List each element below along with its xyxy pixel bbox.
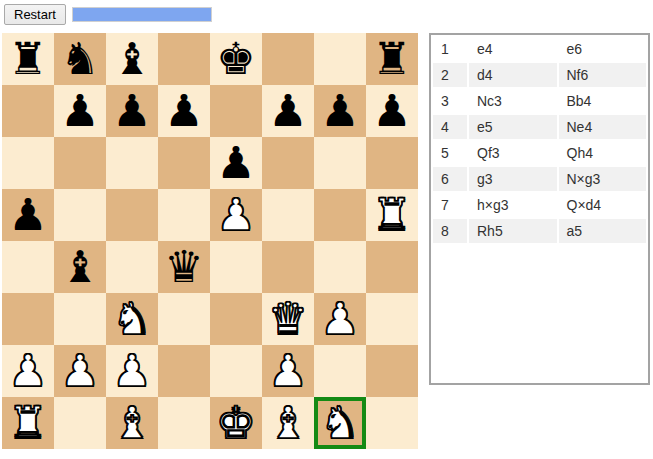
black-move: Bb4 — [559, 89, 647, 113]
white-move: Rh5 — [469, 219, 557, 243]
white-knight: ♞ — [112, 293, 151, 345]
black-pawn: ♟ — [164, 85, 203, 137]
move-row: 8Rh5a5 — [433, 219, 646, 243]
move-number: 7 — [433, 193, 467, 217]
square-c7[interactable]: ♟ — [106, 85, 158, 137]
square-h3[interactable] — [366, 293, 418, 345]
square-f7[interactable]: ♟ — [262, 85, 314, 137]
square-h6[interactable] — [366, 137, 418, 189]
square-a7[interactable] — [2, 85, 54, 137]
square-a6[interactable] — [2, 137, 54, 189]
square-g5[interactable] — [314, 189, 366, 241]
square-f1[interactable]: ♝ — [262, 397, 314, 449]
white-move: d4 — [469, 63, 557, 87]
square-e3[interactable] — [210, 293, 262, 345]
square-c1[interactable]: ♝ — [106, 397, 158, 449]
square-h1[interactable] — [366, 397, 418, 449]
move-list-panel: 1e4e62d4Nf63Nc3Bb44e5Ne45Qf3Qh46g3N×g37h… — [429, 33, 650, 385]
black-move: e6 — [559, 37, 647, 61]
move-row: 4e5Ne4 — [433, 115, 646, 139]
square-h7[interactable]: ♟ — [366, 85, 418, 137]
square-f6[interactable] — [262, 137, 314, 189]
white-move: e4 — [469, 37, 557, 61]
square-e5[interactable]: ♟ — [210, 189, 262, 241]
white-pawn: ♟ — [320, 293, 359, 345]
square-e2[interactable] — [210, 345, 262, 397]
white-pawn: ♟ — [268, 345, 307, 397]
white-bishop: ♝ — [112, 397, 151, 449]
move-row: 3Nc3Bb4 — [433, 89, 646, 113]
black-pawn: ♟ — [8, 189, 47, 241]
square-a5[interactable]: ♟ — [2, 189, 54, 241]
white-move: Nc3 — [469, 89, 557, 113]
move-number: 2 — [433, 63, 467, 87]
black-pawn: ♟ — [372, 85, 411, 137]
white-pawn: ♟ — [8, 345, 47, 397]
move-number: 1 — [433, 37, 467, 61]
square-d6[interactable] — [158, 137, 210, 189]
square-g4[interactable] — [314, 241, 366, 293]
square-c3[interactable]: ♞ — [106, 293, 158, 345]
chess-board: ♜♞♝♚♜♟♟♟♟♟♟♟♟♟♜♝♛♞♛♟♟♟♟♟♜♝♚♝♞ — [2, 33, 418, 449]
square-e1[interactable]: ♚ — [210, 397, 262, 449]
square-g6[interactable] — [314, 137, 366, 189]
white-move: e5 — [469, 115, 557, 139]
square-g2[interactable] — [314, 345, 366, 397]
white-move: h×g3 — [469, 193, 557, 217]
square-a1[interactable]: ♜ — [2, 397, 54, 449]
square-d7[interactable]: ♟ — [158, 85, 210, 137]
square-d5[interactable] — [158, 189, 210, 241]
square-d3[interactable] — [158, 293, 210, 345]
white-knight: ♞ — [320, 397, 359, 449]
white-king: ♚ — [216, 397, 255, 449]
black-rook: ♜ — [8, 33, 47, 85]
square-c6[interactable] — [106, 137, 158, 189]
square-c8[interactable]: ♝ — [106, 33, 158, 85]
black-pawn: ♟ — [320, 85, 359, 137]
toolbar: Restart — [4, 4, 212, 25]
square-g8[interactable] — [314, 33, 366, 85]
progress-bar — [72, 7, 212, 22]
square-g7[interactable]: ♟ — [314, 85, 366, 137]
move-row: 5Qf3Qh4 — [433, 141, 646, 165]
square-g3[interactable]: ♟ — [314, 293, 366, 345]
white-rook: ♜ — [8, 397, 47, 449]
black-pawn: ♟ — [216, 137, 255, 189]
square-h5[interactable]: ♜ — [366, 189, 418, 241]
square-c2[interactable]: ♟ — [106, 345, 158, 397]
square-f3[interactable]: ♛ — [262, 293, 314, 345]
black-bishop: ♝ — [60, 241, 99, 293]
square-b5[interactable] — [54, 189, 106, 241]
white-pawn: ♟ — [216, 189, 255, 241]
square-h4[interactable] — [366, 241, 418, 293]
square-e6[interactable]: ♟ — [210, 137, 262, 189]
square-d2[interactable] — [158, 345, 210, 397]
square-b7[interactable]: ♟ — [54, 85, 106, 137]
square-b6[interactable] — [54, 137, 106, 189]
move-number: 6 — [433, 167, 467, 191]
square-b8[interactable]: ♞ — [54, 33, 106, 85]
square-e4[interactable] — [210, 241, 262, 293]
square-f8[interactable] — [262, 33, 314, 85]
white-pawn: ♟ — [112, 345, 151, 397]
black-move: N×g3 — [559, 167, 647, 191]
move-list: 1e4e62d4Nf63Nc3Bb44e5Ne45Qf3Qh46g3N×g37h… — [431, 35, 648, 245]
move-number: 8 — [433, 219, 467, 243]
white-queen: ♛ — [268, 293, 307, 345]
move-row: 2d4Nf6 — [433, 63, 646, 87]
black-move: Qh4 — [559, 141, 647, 165]
square-c5[interactable] — [106, 189, 158, 241]
square-b1[interactable] — [54, 397, 106, 449]
black-move: Nf6 — [559, 63, 647, 87]
square-d8[interactable] — [158, 33, 210, 85]
square-c4[interactable] — [106, 241, 158, 293]
white-pawn: ♟ — [60, 345, 99, 397]
square-a4[interactable] — [2, 241, 54, 293]
black-knight: ♞ — [60, 33, 99, 85]
white-rook: ♜ — [372, 189, 411, 241]
white-move: g3 — [469, 167, 557, 191]
black-move: Ne4 — [559, 115, 647, 139]
move-row: 1e4e6 — [433, 37, 646, 61]
square-g1[interactable]: ♞ — [314, 397, 366, 449]
black-king: ♚ — [216, 33, 255, 85]
square-d4[interactable]: ♛ — [158, 241, 210, 293]
white-bishop: ♝ — [268, 397, 307, 449]
black-move: a5 — [559, 219, 647, 243]
black-rook: ♜ — [372, 33, 411, 85]
black-pawn: ♟ — [112, 85, 151, 137]
square-h8[interactable]: ♜ — [366, 33, 418, 85]
square-f4[interactable] — [262, 241, 314, 293]
move-row: 7h×g3Q×d4 — [433, 193, 646, 217]
move-number: 4 — [433, 115, 467, 139]
square-e7[interactable] — [210, 85, 262, 137]
move-number: 5 — [433, 141, 467, 165]
square-b4[interactable]: ♝ — [54, 241, 106, 293]
white-move: Qf3 — [469, 141, 557, 165]
restart-button[interactable]: Restart — [4, 4, 66, 25]
black-queen: ♛ — [164, 241, 203, 293]
square-b3[interactable] — [54, 293, 106, 345]
move-row: 6g3N×g3 — [433, 167, 646, 191]
square-d1[interactable] — [158, 397, 210, 449]
square-a2[interactable]: ♟ — [2, 345, 54, 397]
black-pawn: ♟ — [268, 85, 307, 137]
black-bishop: ♝ — [112, 33, 151, 85]
square-e8[interactable]: ♚ — [210, 33, 262, 85]
square-a8[interactable]: ♜ — [2, 33, 54, 85]
black-move: Q×d4 — [559, 193, 647, 217]
square-f5[interactable] — [262, 189, 314, 241]
square-h2[interactable] — [366, 345, 418, 397]
move-number: 3 — [433, 89, 467, 113]
square-a3[interactable] — [2, 293, 54, 345]
square-f2[interactable]: ♟ — [262, 345, 314, 397]
square-b2[interactable]: ♟ — [54, 345, 106, 397]
black-pawn: ♟ — [60, 85, 99, 137]
